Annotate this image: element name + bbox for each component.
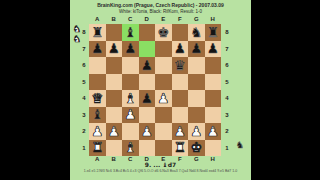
coord-label-e: E (155, 16, 172, 22)
captured-white-knight: ♞ (73, 25, 81, 34)
square-g6[interactable] (188, 57, 205, 74)
game-panel: BrainKing.com (Prague, Czech Republic) -… (70, 0, 251, 180)
white-bishop-c4: ♝ (124, 91, 136, 105)
black-pawn-d4: ♟ (141, 91, 153, 105)
video-frame: { "game": "chess", "position": { "fen": … (0, 0, 320, 180)
square-b3[interactable] (106, 107, 123, 124)
square-g1[interactable]: ♚ (188, 140, 205, 157)
captured-black-tray: ♞ (236, 141, 244, 150)
coord-label-3: 3 (223, 107, 231, 124)
white-pawn-d2: ♟ (141, 124, 153, 138)
black-queen-f6: ♛ (174, 58, 186, 72)
white-queen-a4: ♛ (91, 91, 103, 105)
square-a5[interactable] (89, 74, 106, 91)
square-a1[interactable]: ♜ (89, 140, 106, 157)
square-c8[interactable]: ♝ (122, 24, 139, 41)
square-d6[interactable]: ♟ (139, 57, 156, 74)
square-c7[interactable]: ♟ (122, 41, 139, 58)
chess-board: ♜♝♚♞♜♟♟♟♟♟♟♟♛♛♝♟♟♝♟♟♟♟♟♟♟♜♝♜♚ (89, 24, 221, 156)
square-f2[interactable]: ♟ (172, 123, 189, 140)
square-e1[interactable] (155, 140, 172, 157)
coord-label-1: 1 (80, 140, 88, 157)
square-a6[interactable] (89, 57, 106, 74)
square-b5[interactable] (106, 74, 123, 91)
square-h2[interactable]: ♟ (205, 123, 222, 140)
square-h6[interactable] (205, 57, 222, 74)
square-c6[interactable] (122, 57, 139, 74)
coord-label-d: D (139, 16, 156, 22)
square-g4[interactable] (188, 90, 205, 107)
black-king-e8: ♚ (157, 25, 169, 39)
square-d2[interactable]: ♟ (139, 123, 156, 140)
coord-label-4: 4 (80, 90, 88, 107)
letterbox-right (251, 0, 320, 180)
square-f6[interactable]: ♛ (172, 57, 189, 74)
coord-label-6: 6 (80, 57, 88, 74)
square-a8[interactable]: ♜ (89, 24, 106, 41)
coord-label-b: B (106, 16, 123, 22)
coord-label-2: 2 (223, 123, 231, 140)
square-f8[interactable] (172, 24, 189, 41)
square-c2[interactable] (122, 123, 139, 140)
coord-label-f: F (172, 16, 189, 22)
square-d3[interactable] (139, 107, 156, 124)
move-caption: 9. ... ♝d7 (70, 161, 251, 168)
black-pawn-f7: ♟ (174, 42, 186, 56)
captured-white-tray: ♞♞ (73, 25, 81, 44)
square-e3[interactable] (155, 107, 172, 124)
square-g8[interactable]: ♞ (188, 24, 205, 41)
captured-black-knight: ♞ (236, 141, 244, 150)
square-g5[interactable] (188, 74, 205, 91)
square-d4[interactable]: ♟ (139, 90, 156, 107)
square-a7[interactable]: ♟ (89, 41, 106, 58)
white-bishop-c1: ♝ (124, 141, 136, 155)
square-h7[interactable]: ♟ (205, 41, 222, 58)
square-f7[interactable]: ♟ (172, 41, 189, 58)
black-pawn-h7: ♟ (207, 42, 219, 56)
black-pawn-c7: ♟ (124, 42, 136, 56)
square-b8[interactable] (106, 24, 123, 41)
square-a4[interactable]: ♛ (89, 90, 106, 107)
square-f4[interactable] (172, 90, 189, 107)
square-c4[interactable]: ♝ (122, 90, 139, 107)
players-result: White: kiTonia, Black: RifKom, Result: 1… (70, 9, 251, 14)
coord-label-g: G (188, 16, 205, 22)
black-bishop-c8: ♝ (124, 25, 136, 39)
white-king-g1: ♚ (190, 141, 202, 155)
square-h5[interactable] (205, 74, 222, 91)
square-e6[interactable] (155, 57, 172, 74)
square-h3[interactable] (205, 107, 222, 124)
coord-label-7: 7 (80, 41, 88, 58)
black-pawn-g7: ♟ (190, 42, 202, 56)
coord-label-4: 4 (223, 90, 231, 107)
square-f5[interactable] (172, 74, 189, 91)
square-d1[interactable] (139, 140, 156, 157)
square-g7[interactable]: ♟ (188, 41, 205, 58)
coord-label-2: 2 (80, 123, 88, 140)
square-e7[interactable] (155, 41, 172, 58)
square-e5[interactable] (155, 74, 172, 91)
game-title: BrainKing.com (Prague, Czech Republic) -… (70, 2, 251, 8)
square-c1[interactable]: ♝ (122, 140, 139, 157)
coord-label-6: 6 (223, 57, 231, 74)
white-pawn-h2: ♟ (207, 124, 219, 138)
rank-labels-right: 87654321 (223, 24, 231, 156)
black-pawn-a7: ♟ (91, 42, 103, 56)
square-c5[interactable] (122, 74, 139, 91)
square-e4[interactable]: ♟ (155, 90, 172, 107)
square-f1[interactable]: ♜ (172, 140, 189, 157)
square-h4[interactable] (205, 90, 222, 107)
white-rook-a1: ♜ (91, 141, 103, 155)
coord-label-8: 8 (80, 24, 88, 41)
moves-list: 1.e4 e5 2.Nf3 Nc6 3.Bc4 Bc5 4.c3 Qf6 5.O… (72, 169, 249, 173)
square-e8[interactable]: ♚ (155, 24, 172, 41)
square-c3[interactable]: ♟ (122, 107, 139, 124)
square-b2[interactable]: ♟ (106, 123, 123, 140)
white-pawn-a2: ♟ (91, 124, 103, 138)
square-b4[interactable] (106, 90, 123, 107)
square-d8[interactable] (139, 24, 156, 41)
letterbox-left (0, 0, 70, 180)
coord-label-7: 7 (223, 41, 231, 58)
coord-label-1: 1 (223, 140, 231, 157)
black-rook-h8: ♜ (207, 25, 219, 39)
square-h8[interactable]: ♜ (205, 24, 222, 41)
file-labels-top: ABCDEFGH (89, 16, 221, 22)
captured-white-knight: ♞ (73, 35, 81, 44)
coord-label-c: C (122, 16, 139, 22)
coord-label-a: A (89, 16, 106, 22)
white-pawn-b2: ♟ (108, 124, 120, 138)
square-f3[interactable] (172, 107, 189, 124)
square-b6[interactable] (106, 57, 123, 74)
square-g3[interactable] (188, 107, 205, 124)
square-b7[interactable]: ♟ (106, 41, 123, 58)
square-a2[interactable]: ♟ (89, 123, 106, 140)
rank-labels-left: 87654321 (80, 24, 88, 156)
black-pawn-d6: ♟ (141, 58, 153, 72)
square-g2[interactable]: ♟ (188, 123, 205, 140)
white-pawn-g2: ♟ (190, 124, 202, 138)
coord-label-8: 8 (223, 24, 231, 41)
white-rook-f1: ♜ (174, 141, 186, 155)
white-pawn-f2: ♟ (174, 124, 186, 138)
black-bishop-a3: ♝ (91, 108, 103, 122)
coord-label-3: 3 (80, 107, 88, 124)
coord-label-5: 5 (80, 74, 88, 91)
square-b1[interactable] (106, 140, 123, 157)
white-pawn-e4: ♟ (157, 91, 169, 105)
coord-label-h: H (205, 16, 222, 22)
white-pawn-c3: ♟ (124, 108, 136, 122)
square-h1[interactable] (205, 140, 222, 157)
square-e2[interactable] (155, 123, 172, 140)
coord-label-5: 5 (223, 74, 231, 91)
black-rook-a8: ♜ (91, 25, 103, 39)
square-d5[interactable] (139, 74, 156, 91)
square-a3[interactable]: ♝ (89, 107, 106, 124)
black-knight-g8: ♞ (190, 25, 202, 39)
black-pawn-b7: ♟ (108, 42, 120, 56)
square-d7[interactable] (139, 41, 156, 58)
